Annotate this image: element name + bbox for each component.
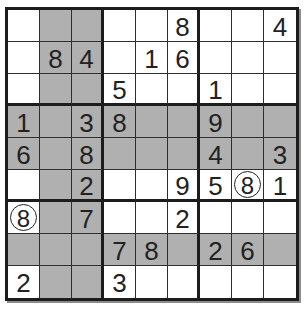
cell-r6c4[interactable] bbox=[104, 170, 136, 202]
cell-r5c6[interactable] bbox=[168, 138, 200, 170]
sudoku-board: 848416511389684329581872782623 bbox=[5, 7, 299, 301]
cell-r9c6[interactable] bbox=[168, 266, 200, 298]
cell-r9c5[interactable] bbox=[136, 266, 168, 298]
cell-r6c7[interactable]: 5 bbox=[200, 170, 232, 202]
cell-r9c3[interactable] bbox=[72, 266, 104, 298]
cell-r7c6[interactable]: 2 bbox=[168, 202, 200, 234]
given-digit: 9 bbox=[208, 110, 222, 136]
cell-r3c5[interactable] bbox=[136, 74, 168, 106]
given-digit: 4 bbox=[273, 14, 287, 40]
cell-r8c4[interactable]: 7 bbox=[104, 234, 136, 266]
cell-r1c2[interactable] bbox=[40, 10, 72, 42]
cell-r4c3[interactable]: 3 bbox=[72, 106, 104, 138]
cell-r5c1[interactable]: 6 bbox=[8, 138, 40, 170]
cell-r8c5[interactable]: 8 bbox=[136, 234, 168, 266]
cell-r9c4[interactable]: 3 bbox=[104, 266, 136, 298]
cell-r9c9[interactable] bbox=[264, 266, 296, 298]
given-digit: 8 bbox=[144, 238, 158, 264]
cell-r4c1[interactable]: 1 bbox=[8, 106, 40, 138]
cell-r3c7[interactable]: 1 bbox=[200, 74, 232, 106]
cell-r1c4[interactable] bbox=[104, 10, 136, 42]
cell-r9c8[interactable] bbox=[232, 266, 264, 298]
cell-r4c2[interactable] bbox=[40, 106, 72, 138]
cell-r7c2[interactable] bbox=[40, 202, 72, 234]
cell-r2c2[interactable]: 8 bbox=[40, 42, 72, 74]
cell-r1c1[interactable] bbox=[8, 10, 40, 42]
cell-r1c7[interactable] bbox=[200, 10, 232, 42]
given-digit: 8 bbox=[175, 14, 189, 40]
given-digit: 7 bbox=[79, 206, 93, 232]
cell-r4c7[interactable]: 9 bbox=[200, 106, 232, 138]
cell-r3c3[interactable] bbox=[72, 74, 104, 106]
given-digit: 3 bbox=[112, 270, 126, 296]
given-digit: 5 bbox=[112, 77, 126, 103]
given-digit: 9 bbox=[175, 173, 189, 199]
cell-r8c1[interactable] bbox=[8, 234, 40, 266]
given-digit: 4 bbox=[79, 46, 93, 72]
cell-r2c6[interactable]: 6 bbox=[168, 42, 200, 74]
given-digit: 6 bbox=[240, 238, 254, 264]
given-digit: 3 bbox=[79, 110, 93, 136]
cell-r9c2[interactable] bbox=[40, 266, 72, 298]
given-digit: 2 bbox=[16, 270, 30, 296]
cell-r2c7[interactable] bbox=[200, 42, 232, 74]
cell-r5c7[interactable]: 4 bbox=[200, 138, 232, 170]
cell-r7c7[interactable] bbox=[200, 202, 232, 234]
cell-r5c2[interactable] bbox=[40, 138, 72, 170]
cell-r1c9[interactable]: 4 bbox=[264, 10, 296, 42]
cell-r8c9[interactable] bbox=[264, 234, 296, 266]
circle-mark: 8 bbox=[234, 171, 261, 198]
cell-r8c2[interactable] bbox=[40, 234, 72, 266]
cell-r6c6[interactable]: 9 bbox=[168, 170, 200, 202]
given-digit: 8 bbox=[241, 174, 254, 198]
cell-r7c1[interactable]: 8 bbox=[8, 202, 40, 234]
cell-r7c8[interactable] bbox=[232, 202, 264, 234]
cell-r3c2[interactable] bbox=[40, 74, 72, 106]
cell-r7c4[interactable] bbox=[104, 202, 136, 234]
cell-r2c9[interactable] bbox=[264, 42, 296, 74]
cell-r6c8[interactable]: 8 bbox=[232, 170, 264, 202]
given-digit: 7 bbox=[112, 238, 126, 264]
given-digit: 1 bbox=[273, 173, 287, 199]
given-digit: 8 bbox=[48, 46, 62, 72]
cell-r5c5[interactable] bbox=[136, 138, 168, 170]
cell-r2c1[interactable] bbox=[8, 42, 40, 74]
given-digit: 2 bbox=[208, 238, 222, 264]
cell-r7c3[interactable]: 7 bbox=[72, 202, 104, 234]
cell-r7c9[interactable] bbox=[264, 202, 296, 234]
cell-r3c6[interactable] bbox=[168, 74, 200, 106]
given-digit: 4 bbox=[208, 142, 222, 168]
cell-r4c4[interactable]: 8 bbox=[104, 106, 136, 138]
given-digit: 1 bbox=[16, 110, 30, 136]
cell-r1c3[interactable] bbox=[72, 10, 104, 42]
cell-r9c1[interactable]: 2 bbox=[8, 266, 40, 298]
cell-r6c9[interactable]: 1 bbox=[264, 170, 296, 202]
given-digit: 8 bbox=[79, 142, 93, 168]
given-digit: 1 bbox=[144, 46, 158, 72]
cell-r4c8[interactable] bbox=[232, 106, 264, 138]
cell-r8c3[interactable] bbox=[72, 234, 104, 266]
cell-r5c9[interactable]: 3 bbox=[264, 138, 296, 170]
cell-r1c5[interactable] bbox=[136, 10, 168, 42]
cell-r5c8[interactable] bbox=[232, 138, 264, 170]
given-digit: 5 bbox=[208, 173, 222, 199]
given-digit: 2 bbox=[175, 206, 189, 232]
cell-r6c3[interactable]: 2 bbox=[72, 170, 104, 202]
cell-r1c8[interactable] bbox=[232, 10, 264, 42]
cell-r6c1[interactable] bbox=[8, 170, 40, 202]
cell-r2c3[interactable]: 4 bbox=[72, 42, 104, 74]
circle-mark: 8 bbox=[10, 204, 37, 231]
cell-r3c8[interactable] bbox=[232, 74, 264, 106]
cell-r2c4[interactable] bbox=[104, 42, 136, 74]
cell-r6c2[interactable] bbox=[40, 170, 72, 202]
given-digit: 6 bbox=[175, 46, 189, 72]
given-digit: 8 bbox=[17, 207, 30, 231]
cell-r2c5[interactable]: 1 bbox=[136, 42, 168, 74]
given-digit: 1 bbox=[208, 77, 222, 103]
cell-r4c9[interactable] bbox=[264, 106, 296, 138]
given-digit: 3 bbox=[273, 142, 287, 168]
cell-r4c5[interactable] bbox=[136, 106, 168, 138]
given-digit: 2 bbox=[79, 173, 93, 199]
page: 848416511389684329581872782623 bbox=[0, 0, 307, 310]
cell-r1c6[interactable]: 8 bbox=[168, 10, 200, 42]
cell-r2c8[interactable] bbox=[232, 42, 264, 74]
given-digit: 6 bbox=[16, 142, 30, 168]
cell-r3c1[interactable] bbox=[8, 74, 40, 106]
cell-r6c5[interactable] bbox=[136, 170, 168, 202]
given-digit: 8 bbox=[112, 110, 126, 136]
cell-r8c8[interactable]: 6 bbox=[232, 234, 264, 266]
cell-r9c7[interactable] bbox=[200, 266, 232, 298]
cell-r5c3[interactable]: 8 bbox=[72, 138, 104, 170]
cell-r3c9[interactable] bbox=[264, 74, 296, 106]
cell-r5c4[interactable] bbox=[104, 138, 136, 170]
cell-r8c7[interactable]: 2 bbox=[200, 234, 232, 266]
cell-r4c6[interactable] bbox=[168, 106, 200, 138]
cell-r7c5[interactable] bbox=[136, 202, 168, 234]
cell-r8c6[interactable] bbox=[168, 234, 200, 266]
cell-r3c4[interactable]: 5 bbox=[104, 74, 136, 106]
